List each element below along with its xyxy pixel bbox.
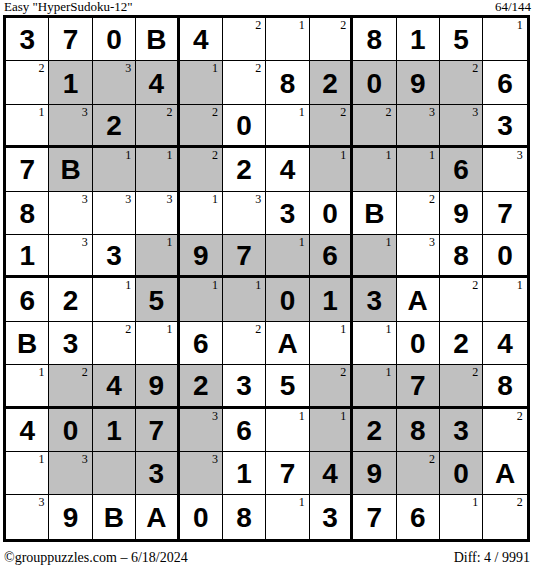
corner-mark: 1 xyxy=(212,62,218,75)
corner-mark: 2 xyxy=(82,366,88,379)
given-digit: 0 xyxy=(63,415,79,445)
cell-r1c10[interactable]: 1 xyxy=(397,18,440,61)
corner-mark: 1 xyxy=(212,279,218,292)
cell-r4c12[interactable]: 3 xyxy=(483,148,526,191)
cell-r4c2[interactable]: B xyxy=(49,148,92,191)
given-digit: 3 xyxy=(322,502,338,532)
cell-r9c2[interactable]: 2 xyxy=(49,365,92,408)
cell-r12c5[interactable]: 0 xyxy=(180,495,223,538)
cell-r11c7[interactable]: 7 xyxy=(266,452,309,495)
given-digit: 9 xyxy=(193,240,209,270)
cell-r6c2[interactable]: 3 xyxy=(49,235,92,278)
cell-r2c10[interactable]: 9 xyxy=(397,61,440,104)
cell-r6c5[interactable]: 9 xyxy=(180,235,223,278)
given-digit: 3 xyxy=(236,370,252,400)
cell-r3c11[interactable]: 3 xyxy=(440,105,483,148)
cell-r2c9[interactable]: 0 xyxy=(353,61,396,104)
cell-r8c8[interactable]: 1 xyxy=(310,322,353,365)
corner-mark: 2 xyxy=(212,106,218,119)
cell-r8c1[interactable]: B xyxy=(6,322,49,365)
given-digit: B xyxy=(60,154,80,184)
corner-mark: 2 xyxy=(38,62,44,75)
given-digit: 9 xyxy=(453,198,469,228)
given-digit: 4 xyxy=(497,328,513,358)
given-digit: 8 xyxy=(497,370,513,400)
given-digit: 7 xyxy=(367,502,383,532)
corner-mark: 1 xyxy=(299,106,305,119)
corner-mark: 2 xyxy=(517,496,523,509)
corner-mark: 2 xyxy=(125,323,131,336)
corner-mark: 1 xyxy=(429,149,435,162)
cell-r3c2[interactable]: 3 xyxy=(49,105,92,148)
cell-r3c4[interactable]: 2 xyxy=(136,105,179,148)
given-digit: 3 xyxy=(453,415,469,445)
cell-r10c12[interactable]: 2 xyxy=(483,409,526,452)
cell-r2c3[interactable]: 3 xyxy=(93,61,136,104)
given-digit: 4 xyxy=(149,68,165,98)
corner-mark: 2 xyxy=(386,106,392,119)
given-digit: B xyxy=(364,198,384,228)
given-digit: 7 xyxy=(410,370,426,400)
cell-r10c6[interactable]: 6 xyxy=(223,409,266,452)
cell-r11c9[interactable]: 9 xyxy=(353,452,396,495)
corner-mark: 2 xyxy=(429,453,435,466)
cell-r8c9[interactable]: 1 xyxy=(353,322,396,365)
given-digit: 3 xyxy=(63,328,79,358)
cell-r8c12[interactable]: 4 xyxy=(483,322,526,365)
cell-r12c9[interactable]: 7 xyxy=(353,495,396,538)
given-digit: 2 xyxy=(236,154,252,184)
cell-r8c4[interactable]: 1 xyxy=(136,322,179,365)
given-digit: 2 xyxy=(193,370,209,400)
cell-r11c1[interactable]: 1 xyxy=(6,452,49,495)
given-digit: 1 xyxy=(236,458,252,488)
given-digit: 0 xyxy=(193,502,209,532)
cell-r6c3[interactable]: 3 xyxy=(93,235,136,278)
given-digit: 0 xyxy=(453,458,469,488)
given-digit: 1 xyxy=(106,415,122,445)
cell-r5c10[interactable]: 2 xyxy=(397,192,440,235)
cell-r11c6[interactable]: 1 xyxy=(223,452,266,495)
corner-mark: 2 xyxy=(472,62,478,75)
given-digit: 8 xyxy=(367,24,383,54)
cell-r1c2[interactable]: 7 xyxy=(49,18,92,61)
corner-mark: 2 xyxy=(429,193,435,206)
cell-r9c9[interactable]: 1 xyxy=(353,365,396,408)
corner-mark: 2 xyxy=(255,19,261,32)
cell-r9c6[interactable]: 3 xyxy=(223,365,266,408)
cell-r1c11[interactable]: 5 xyxy=(440,18,483,61)
given-digit: 3 xyxy=(280,198,296,228)
cell-r4c11[interactable]: 6 xyxy=(440,148,483,191)
corner-mark: 1 xyxy=(386,366,392,379)
corner-mark: 3 xyxy=(82,106,88,119)
given-digit: 9 xyxy=(149,370,165,400)
cell-r11c5[interactable]: 3 xyxy=(180,452,223,495)
cell-r4c3[interactable]: 1 xyxy=(93,148,136,191)
cell-r10c2[interactable]: 0 xyxy=(49,409,92,452)
cell-r9c7[interactable]: 5 xyxy=(266,365,309,408)
cell-r5c6[interactable]: 3 xyxy=(223,192,266,235)
given-digit: 7 xyxy=(149,415,165,445)
cell-r9c3[interactable]: 4 xyxy=(93,365,136,408)
corner-mark: 3 xyxy=(125,62,131,75)
cell-r5c1[interactable]: 8 xyxy=(6,192,49,235)
page-header: Easy "HyperSudoku-12" 64/144 xyxy=(4,0,531,14)
cell-r5c8[interactable]: 0 xyxy=(310,192,353,235)
cell-r5c4[interactable]: 3 xyxy=(136,192,179,235)
cell-r1c4[interactable]: B xyxy=(136,18,179,61)
cell-r5c3[interactable]: 3 xyxy=(93,192,136,235)
given-digit: 8 xyxy=(280,68,296,98)
cell-r4c1[interactable]: 7 xyxy=(6,148,49,191)
given-digit: 6 xyxy=(453,154,469,184)
cell-r6c12[interactable]: 0 xyxy=(483,235,526,278)
cell-r7c10[interactable]: A xyxy=(397,278,440,321)
cell-r5c2[interactable]: 3 xyxy=(49,192,92,235)
cell-r9c1[interactable]: 1 xyxy=(6,365,49,408)
given-digit: 7 xyxy=(497,198,513,228)
corner-mark: 2 xyxy=(255,62,261,75)
cell-r5c11[interactable]: 9 xyxy=(440,192,483,235)
given-digit: 2 xyxy=(63,285,79,315)
corner-mark: 1 xyxy=(167,323,173,336)
cell-r1c5[interactable]: 4 xyxy=(180,18,223,61)
given-digit: 4 xyxy=(322,458,338,488)
cell-r3c5[interactable]: 2 xyxy=(180,105,223,148)
cell-r2c8[interactable]: 2 xyxy=(310,61,353,104)
cell-r1c12[interactable]: 1 xyxy=(483,18,526,61)
difficulty-text: Diff: 4 / 9991 xyxy=(454,550,530,566)
cell-r8c10[interactable]: 0 xyxy=(397,322,440,365)
given-digit: 3 xyxy=(497,110,513,140)
corner-mark: 2 xyxy=(517,410,523,423)
cell-r3c10[interactable]: 3 xyxy=(397,105,440,148)
corner-mark: 3 xyxy=(429,236,435,249)
cell-r7c4[interactable]: 5 xyxy=(136,278,179,321)
given-digit: 7 xyxy=(63,24,79,54)
cell-r3c1[interactable]: 1 xyxy=(6,105,49,148)
cell-r5c5[interactable]: 1 xyxy=(180,192,223,235)
given-digit: 1 xyxy=(19,240,35,270)
given-digit: 3 xyxy=(19,24,35,54)
cell-r5c12[interactable]: 7 xyxy=(483,192,526,235)
corner-mark: 2 xyxy=(472,366,478,379)
given-digit: 6 xyxy=(236,415,252,445)
cell-r4c8[interactable]: 1 xyxy=(310,148,353,191)
cell-r2c5[interactable]: 1 xyxy=(180,61,223,104)
cell-r2c11[interactable]: 2 xyxy=(440,61,483,104)
given-digit: 6 xyxy=(410,502,426,532)
given-digit: 4 xyxy=(193,24,209,54)
cell-r7c9[interactable]: 3 xyxy=(353,278,396,321)
cell-r12c8[interactable]: 3 xyxy=(310,495,353,538)
copyright-text: ©grouppuzzles.com – 6/18/2024 xyxy=(4,550,188,566)
cell-r7c12[interactable]: 1 xyxy=(483,278,526,321)
cell-r11c3[interactable] xyxy=(93,452,136,495)
cell-r12c12[interactable]: 2 xyxy=(483,495,526,538)
cell-r12c10[interactable]: 6 xyxy=(397,495,440,538)
corner-mark: 1 xyxy=(386,149,392,162)
cell-r8c11[interactable]: 2 xyxy=(440,322,483,365)
given-digit: 5 xyxy=(453,24,469,54)
corner-mark: 1 xyxy=(340,410,346,423)
cell-r6c6[interactable]: 7 xyxy=(223,235,266,278)
cell-r11c2[interactable]: 3 xyxy=(49,452,92,495)
cell-r8c2[interactable]: 3 xyxy=(49,322,92,365)
cell-r9c5[interactable]: 2 xyxy=(180,365,223,408)
corner-mark: 1 xyxy=(167,236,173,249)
cell-r7c3[interactable]: 1 xyxy=(93,278,136,321)
given-digit: 5 xyxy=(280,370,296,400)
corner-mark: 1 xyxy=(299,496,305,509)
puzzle-title: Easy "HyperSudoku-12" xyxy=(4,0,133,14)
cell-r6c11[interactable]: 8 xyxy=(440,235,483,278)
cell-r4c4[interactable]: 1 xyxy=(136,148,179,191)
cell-r11c11[interactable]: 0 xyxy=(440,452,483,495)
cell-r7c11[interactable]: 2 xyxy=(440,278,483,321)
cell-r9c11[interactable]: 2 xyxy=(440,365,483,408)
corner-mark: 3 xyxy=(472,106,478,119)
cell-r5c9[interactable]: B xyxy=(353,192,396,235)
cell-r4c6[interactable]: 2 xyxy=(223,148,266,191)
cell-r9c8[interactable]: 2 xyxy=(310,365,353,408)
given-digit: 2 xyxy=(322,68,338,98)
corner-mark: 2 xyxy=(340,106,346,119)
corner-mark: 1 xyxy=(340,149,346,162)
cell-r11c4[interactable]: 3 xyxy=(136,452,179,495)
cell-r3c8[interactable]: 2 xyxy=(310,105,353,148)
given-digit: B xyxy=(146,24,166,54)
given-digit: 2 xyxy=(367,415,383,445)
given-digit: A xyxy=(277,328,297,358)
given-digit: 8 xyxy=(453,240,469,270)
given-digit: A xyxy=(146,502,166,532)
cell-r3c9[interactable]: 2 xyxy=(353,105,396,148)
corner-mark: 3 xyxy=(429,106,435,119)
cell-r9c10[interactable]: 7 xyxy=(397,365,440,408)
corner-mark: 1 xyxy=(299,19,305,32)
cell-r12c3[interactable]: B xyxy=(93,495,136,538)
given-digit: 6 xyxy=(193,328,209,358)
given-digit: 1 xyxy=(63,68,79,98)
cell-r4c5[interactable]: 2 xyxy=(180,148,223,191)
given-digit: 0 xyxy=(106,24,122,54)
given-digit: 0 xyxy=(410,328,426,358)
corner-mark: 3 xyxy=(167,193,173,206)
cell-r8c5[interactable]: 6 xyxy=(180,322,223,365)
cell-r2c7[interactable]: 8 xyxy=(266,61,309,104)
cell-r8c3[interactable]: 2 xyxy=(93,322,136,365)
given-digit: 4 xyxy=(280,154,296,184)
cell-r6c10[interactable]: 3 xyxy=(397,235,440,278)
corner-mark: 2 xyxy=(212,149,218,162)
corner-mark: 1 xyxy=(38,106,44,119)
cell-r3c3[interactable]: 2 xyxy=(93,105,136,148)
given-digit: 3 xyxy=(149,458,165,488)
given-digit: 0 xyxy=(236,110,252,140)
cell-r2c12[interactable]: 6 xyxy=(483,61,526,104)
corner-mark: 2 xyxy=(472,279,478,292)
cell-r6c4[interactable]: 1 xyxy=(136,235,179,278)
cell-r9c4[interactable]: 9 xyxy=(136,365,179,408)
cell-r3c7[interactable]: 1 xyxy=(266,105,309,148)
given-digit: A xyxy=(495,458,515,488)
cell-r2c6[interactable]: 2 xyxy=(223,61,266,104)
corner-mark: 3 xyxy=(255,193,261,206)
corner-mark: 1 xyxy=(255,279,261,292)
corner-mark: 2 xyxy=(167,106,173,119)
corner-mark: 3 xyxy=(125,193,131,206)
cell-r11c8[interactable]: 4 xyxy=(310,452,353,495)
cell-r10c3[interactable]: 1 xyxy=(93,409,136,452)
cell-r7c6[interactable]: 1 xyxy=(223,278,266,321)
cell-r4c9[interactable]: 1 xyxy=(353,148,396,191)
given-digit: 6 xyxy=(19,285,35,315)
given-digit: 8 xyxy=(410,415,426,445)
cell-r6c1[interactable]: 1 xyxy=(6,235,49,278)
given-digit: 6 xyxy=(322,240,338,270)
corner-mark: 1 xyxy=(517,19,523,32)
cell-r10c9[interactable]: 2 xyxy=(353,409,396,452)
corner-mark: 1 xyxy=(212,193,218,206)
corner-mark: 3 xyxy=(82,193,88,206)
cell-r7c8[interactable]: 1 xyxy=(310,278,353,321)
corner-mark: 3 xyxy=(212,453,218,466)
given-digit: 3 xyxy=(367,285,383,315)
given-digit: 9 xyxy=(410,68,426,98)
cell-r10c4[interactable]: 7 xyxy=(136,409,179,452)
cell-r12c11[interactable]: 1 xyxy=(440,495,483,538)
cell-r2c1[interactable]: 2 xyxy=(6,61,49,104)
cell-r11c12[interactable]: A xyxy=(483,452,526,495)
corner-mark: 1 xyxy=(167,149,173,162)
cell-r9c12[interactable]: 8 xyxy=(483,365,526,408)
given-digit: 8 xyxy=(236,502,252,532)
corner-mark: 2 xyxy=(340,19,346,32)
given-digit: 7 xyxy=(19,154,35,184)
cell-r8c6[interactable]: 2 xyxy=(223,322,266,365)
cell-r3c12[interactable]: 3 xyxy=(483,105,526,148)
cell-r12c7[interactable]: 1 xyxy=(266,495,309,538)
corner-mark: 1 xyxy=(125,279,131,292)
cell-r10c10[interactable]: 8 xyxy=(397,409,440,452)
corner-mark: 1 xyxy=(386,236,392,249)
given-digit: 0 xyxy=(322,198,338,228)
cell-r3c6[interactable]: 0 xyxy=(223,105,266,148)
cell-r1c7[interactable]: 1 xyxy=(266,18,309,61)
given-digit: 0 xyxy=(497,240,513,270)
cell-r7c5[interactable]: 1 xyxy=(180,278,223,321)
given-digit: 4 xyxy=(19,415,35,445)
corner-mark: 1 xyxy=(517,279,523,292)
given-digit: 4 xyxy=(106,370,122,400)
given-digit: 0 xyxy=(280,285,296,315)
given-digit: 2 xyxy=(453,328,469,358)
cell-r10c11[interactable]: 3 xyxy=(440,409,483,452)
given-digit: B xyxy=(17,328,37,358)
corner-mark: 3 xyxy=(212,410,218,423)
given-digit: 2 xyxy=(106,110,122,140)
corner-mark: 1 xyxy=(299,410,305,423)
given-digit: 5 xyxy=(149,285,165,315)
cell-r1c9[interactable]: 8 xyxy=(353,18,396,61)
given-digit: 1 xyxy=(322,285,338,315)
cell-r2c4[interactable]: 4 xyxy=(136,61,179,104)
cell-r7c7[interactable]: 0 xyxy=(266,278,309,321)
corner-mark: 2 xyxy=(255,323,261,336)
given-digit: A xyxy=(408,285,428,315)
corner-mark: 3 xyxy=(82,453,88,466)
cell-r1c1[interactable]: 3 xyxy=(6,18,49,61)
corner-mark: 1 xyxy=(340,323,346,336)
given-digit: 6 xyxy=(497,68,513,98)
given-digit: 9 xyxy=(367,458,383,488)
cell-r5c7[interactable]: 3 xyxy=(266,192,309,235)
cell-r12c1[interactable]: 3 xyxy=(6,495,49,538)
cell-r4c7[interactable]: 4 xyxy=(266,148,309,191)
given-digit: 9 xyxy=(63,502,79,532)
cell-r4c10[interactable]: 1 xyxy=(397,148,440,191)
corner-mark: 1 xyxy=(38,453,44,466)
corner-mark: 1 xyxy=(299,236,305,249)
given-digit: 7 xyxy=(280,458,296,488)
cell-r2c2[interactable]: 1 xyxy=(49,61,92,104)
cell-r10c8[interactable]: 1 xyxy=(310,409,353,452)
corner-mark: 1 xyxy=(38,366,44,379)
cell-r1c8[interactable]: 2 xyxy=(310,18,353,61)
corner-mark: 1 xyxy=(472,496,478,509)
corner-mark: 2 xyxy=(340,366,346,379)
given-digit: 1 xyxy=(410,24,426,54)
cell-r10c5[interactable]: 3 xyxy=(180,409,223,452)
given-digit: 8 xyxy=(19,198,35,228)
corner-mark: 3 xyxy=(82,236,88,249)
given-digit: 0 xyxy=(367,68,383,98)
cell-r7c1[interactable]: 6 xyxy=(6,278,49,321)
cell-r12c2[interactable]: 9 xyxy=(49,495,92,538)
cell-r10c1[interactable]: 4 xyxy=(6,409,49,452)
corner-mark: 3 xyxy=(38,496,44,509)
cell-r12c4[interactable]: A xyxy=(136,495,179,538)
cell-r8c7[interactable]: A xyxy=(266,322,309,365)
corner-mark: 1 xyxy=(386,323,392,336)
cell-r6c8[interactable]: 6 xyxy=(310,235,353,278)
cell-r11c10[interactable]: 2 xyxy=(397,452,440,495)
cell-r6c9[interactable]: 1 xyxy=(353,235,396,278)
given-digit: 7 xyxy=(236,240,252,270)
cell-counter: 64/144 xyxy=(495,0,531,14)
cell-r1c6[interactable]: 2 xyxy=(223,18,266,61)
cell-r6c7[interactable]: 1 xyxy=(266,235,309,278)
cell-r1c3[interactable]: 0 xyxy=(93,18,136,61)
given-digit: B xyxy=(104,502,124,532)
given-digit: 3 xyxy=(106,240,122,270)
corner-mark: 3 xyxy=(517,149,523,162)
sudoku-grid: 370B421281512134128209261322201223337B11… xyxy=(3,15,530,542)
cell-r12c6[interactable]: 8 xyxy=(223,495,266,538)
corner-mark: 1 xyxy=(125,149,131,162)
cell-r10c7[interactable]: 1 xyxy=(266,409,309,452)
cell-r7c2[interactable]: 2 xyxy=(49,278,92,321)
page-footer: ©grouppuzzles.com – 6/18/2024 Diff: 4 / … xyxy=(4,550,530,566)
